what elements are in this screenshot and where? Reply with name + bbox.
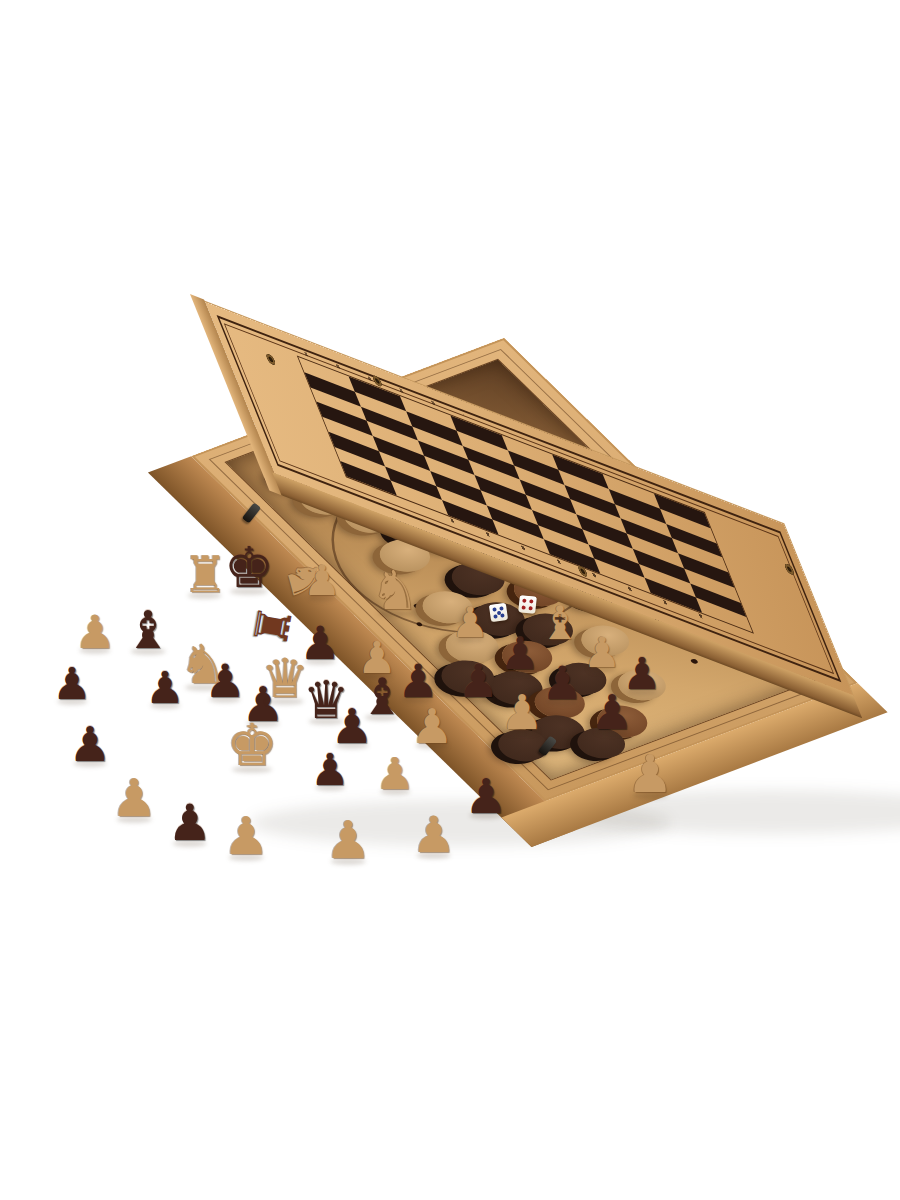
chess-piece-rook-light: ♜	[183, 550, 228, 600]
chess-piece-pawn-dark: ♟	[145, 666, 184, 710]
die-pip	[522, 599, 526, 603]
chess-piece-pawn-dark: ♟	[204, 658, 245, 704]
chess-piece-knight-light: ♞	[371, 564, 419, 618]
chess-piece-pawn-light: ♟	[451, 602, 489, 644]
chess-piece-pawn-dark: ♟	[541, 660, 582, 706]
chess-piece-pawn-light: ♟	[74, 609, 115, 655]
product-photo-scene: ♟♟♟♝♜♞♚♜♞♟♟♟♟♟♛♟♛♞♟♚♟♝♟♟♟♟♟♟♝♟♟♟♟♟♟♟♟♟♟♟…	[0, 0, 900, 1200]
die-pip	[528, 606, 532, 610]
chess-piece-pawn-light: ♟	[111, 772, 158, 824]
chess-piece-king-dark: ♚	[224, 540, 274, 596]
chess-piece-rook-red: ♜	[246, 602, 298, 651]
die-pip	[499, 606, 504, 611]
chess-piece-pawn-light: ♟	[303, 560, 341, 602]
chess-piece-pawn-light: ♟	[223, 810, 270, 862]
chess-piece-pawn-dark: ♟	[500, 632, 539, 676]
die-pip	[522, 605, 526, 609]
chess-piece-pawn-light: ♟	[500, 688, 543, 736]
chess-piece-pawn-dark: ♟	[457, 658, 498, 704]
die-pip	[500, 613, 505, 618]
chess-piece-queen-dark: ♛	[303, 674, 350, 726]
chess-piece-bishop-dark: ♝	[125, 604, 172, 656]
chess-piece-pawn-light: ♟	[583, 632, 621, 674]
chess-piece-pawn-light: ♟	[410, 702, 453, 750]
chess-piece-king-light: ♚	[226, 716, 278, 774]
chess-piece-pawn-dark: ♟	[68, 720, 111, 768]
chess-piece-bishop-dark: ♝	[360, 672, 405, 722]
chess-piece-pawn-light: ♟	[627, 748, 674, 800]
chess-piece-pawn-light: ♟	[325, 814, 372, 866]
chess-piece-pawn-dark: ♟	[52, 662, 91, 706]
die	[518, 595, 537, 614]
chess-piece-pawn-dark: ♟	[622, 652, 661, 696]
chess-piece-pawn-dark: ♟	[168, 798, 213, 848]
chess-piece-pawn-light: ♟	[412, 810, 457, 860]
chess-piece-pawn-light: ♟	[375, 752, 414, 796]
chess-piece-pawn-dark: ♟	[464, 772, 507, 820]
die-pip	[493, 614, 498, 619]
chess-piece-pawn-dark: ♟	[310, 748, 349, 792]
die	[489, 603, 508, 622]
die-pip	[529, 599, 533, 603]
